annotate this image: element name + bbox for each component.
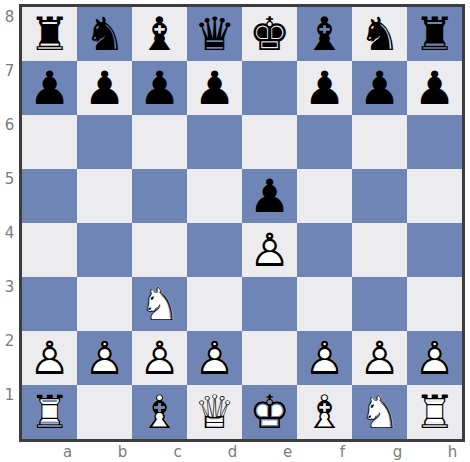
piece-black-rook[interactable]: ♜ bbox=[22, 7, 77, 61]
black-pawn-icon: ♟ bbox=[407, 61, 462, 115]
square-e6[interactable] bbox=[242, 115, 297, 169]
white-bishop-icon: ♗ bbox=[132, 385, 187, 439]
piece-white-knight[interactable]: ♞♘ bbox=[132, 277, 187, 331]
white-pawn-icon: ♙ bbox=[187, 331, 242, 385]
square-a6[interactable] bbox=[22, 115, 77, 169]
file-label-a: a bbox=[40, 443, 95, 459]
piece-black-rook[interactable]: ♜ bbox=[407, 7, 462, 61]
square-f3[interactable] bbox=[297, 277, 352, 331]
square-c6[interactable] bbox=[132, 115, 187, 169]
piece-black-pawn[interactable]: ♟ bbox=[407, 61, 462, 115]
piece-white-pawn[interactable]: ♟♙ bbox=[187, 331, 242, 385]
square-d5[interactable] bbox=[187, 169, 242, 223]
white-queen-icon: ♕ bbox=[187, 385, 242, 439]
file-label-c: c bbox=[150, 443, 205, 459]
white-knight-icon: ♘ bbox=[352, 385, 407, 439]
square-h4[interactable] bbox=[407, 223, 462, 277]
file-label-f: f bbox=[315, 443, 370, 459]
square-b8[interactable]: ♞ bbox=[77, 7, 132, 61]
rank-coordinates: 8 7 6 5 4 3 2 1 bbox=[0, 7, 19, 442]
file-label-d: d bbox=[205, 443, 260, 459]
piece-black-pawn[interactable]: ♟ bbox=[187, 61, 242, 115]
black-pawn-icon: ♟ bbox=[242, 169, 297, 223]
black-pawn-icon: ♟ bbox=[352, 61, 407, 115]
square-a3[interactable] bbox=[22, 277, 77, 331]
piece-black-pawn[interactable]: ♟ bbox=[22, 61, 77, 115]
square-e1[interactable]: ♚♔ bbox=[242, 385, 297, 439]
square-a1[interactable]: ♜♖ bbox=[22, 385, 77, 439]
square-b5[interactable] bbox=[77, 169, 132, 223]
piece-black-bishop[interactable]: ♝ bbox=[297, 7, 352, 61]
white-pawn-icon: ♙ bbox=[242, 223, 297, 277]
file-label-h: h bbox=[425, 443, 470, 459]
rank-label-5: 5 bbox=[0, 169, 19, 223]
piece-black-pawn[interactable]: ♟ bbox=[242, 169, 297, 223]
square-h8[interactable]: ♜ bbox=[407, 7, 462, 61]
piece-white-pawn[interactable]: ♟♙ bbox=[407, 331, 462, 385]
square-h7[interactable]: ♟ bbox=[407, 61, 462, 115]
square-c8[interactable]: ♝ bbox=[132, 7, 187, 61]
square-b1[interactable] bbox=[77, 385, 132, 439]
file-label-g: g bbox=[370, 443, 425, 459]
square-f1[interactable]: ♝♗ bbox=[297, 385, 352, 439]
file-coordinates: a b c d e f g h bbox=[22, 443, 470, 459]
square-f2[interactable]: ♟♙ bbox=[297, 331, 352, 385]
white-knight-icon: ♘ bbox=[132, 277, 187, 331]
square-a5[interactable] bbox=[22, 169, 77, 223]
piece-white-pawn[interactable]: ♟♙ bbox=[297, 331, 352, 385]
piece-white-rook[interactable]: ♜♖ bbox=[407, 385, 462, 439]
square-h5[interactable] bbox=[407, 169, 462, 223]
piece-black-queen[interactable]: ♛ bbox=[187, 7, 242, 61]
square-f7[interactable]: ♟ bbox=[297, 61, 352, 115]
square-d6[interactable] bbox=[187, 115, 242, 169]
white-pawn-icon: ♙ bbox=[407, 331, 462, 385]
square-e3[interactable] bbox=[242, 277, 297, 331]
black-pawn-icon: ♟ bbox=[77, 61, 132, 115]
white-king-icon: ♔ bbox=[242, 385, 297, 439]
piece-white-bishop[interactable]: ♝♗ bbox=[297, 385, 352, 439]
rank-label-8: 8 bbox=[0, 7, 19, 61]
rank-label-2: 2 bbox=[0, 331, 19, 385]
square-g3[interactable] bbox=[352, 277, 407, 331]
black-pawn-icon: ♟ bbox=[297, 61, 352, 115]
piece-white-pawn[interactable]: ♟♙ bbox=[242, 223, 297, 277]
square-a4[interactable] bbox=[22, 223, 77, 277]
piece-black-pawn[interactable]: ♟ bbox=[132, 61, 187, 115]
square-d8[interactable]: ♛ bbox=[187, 7, 242, 61]
black-knight-icon: ♞ bbox=[77, 7, 132, 61]
black-bishop-icon: ♝ bbox=[132, 7, 187, 61]
square-g5[interactable] bbox=[352, 169, 407, 223]
square-h1[interactable]: ♜♖ bbox=[407, 385, 462, 439]
square-f4[interactable] bbox=[297, 223, 352, 277]
square-d7[interactable]: ♟ bbox=[187, 61, 242, 115]
square-c1[interactable]: ♝♗ bbox=[132, 385, 187, 439]
square-f8[interactable]: ♝ bbox=[297, 7, 352, 61]
square-d4[interactable] bbox=[187, 223, 242, 277]
white-bishop-icon: ♗ bbox=[297, 385, 352, 439]
square-b4[interactable] bbox=[77, 223, 132, 277]
square-a8[interactable]: ♜ bbox=[22, 7, 77, 61]
square-d2[interactable]: ♟♙ bbox=[187, 331, 242, 385]
square-b2[interactable]: ♟♙ bbox=[77, 331, 132, 385]
piece-white-queen[interactable]: ♛♕ bbox=[187, 385, 242, 439]
square-e2[interactable] bbox=[242, 331, 297, 385]
square-h3[interactable] bbox=[407, 277, 462, 331]
piece-white-pawn[interactable]: ♟♙ bbox=[22, 331, 77, 385]
square-f5[interactable] bbox=[297, 169, 352, 223]
square-e7[interactable] bbox=[242, 61, 297, 115]
black-king-icon: ♚ bbox=[242, 7, 297, 61]
square-a7[interactable]: ♟ bbox=[22, 61, 77, 115]
piece-white-rook[interactable]: ♜♖ bbox=[22, 385, 77, 439]
black-rook-icon: ♜ bbox=[22, 7, 77, 61]
square-e4[interactable]: ♟♙ bbox=[242, 223, 297, 277]
piece-black-knight[interactable]: ♞ bbox=[77, 7, 132, 61]
black-knight-icon: ♞ bbox=[352, 7, 407, 61]
square-b3[interactable] bbox=[77, 277, 132, 331]
black-pawn-icon: ♟ bbox=[187, 61, 242, 115]
square-f6[interactable] bbox=[297, 115, 352, 169]
piece-white-pawn[interactable]: ♟♙ bbox=[132, 331, 187, 385]
square-c7[interactable]: ♟ bbox=[132, 61, 187, 115]
piece-black-bishop[interactable]: ♝ bbox=[132, 7, 187, 61]
white-pawn-icon: ♙ bbox=[132, 331, 187, 385]
square-g8[interactable]: ♞ bbox=[352, 7, 407, 61]
white-rook-icon: ♖ bbox=[407, 385, 462, 439]
square-d1[interactable]: ♛♕ bbox=[187, 385, 242, 439]
square-a2[interactable]: ♟♙ bbox=[22, 331, 77, 385]
square-g6[interactable] bbox=[352, 115, 407, 169]
square-c4[interactable] bbox=[132, 223, 187, 277]
white-pawn-icon: ♙ bbox=[352, 331, 407, 385]
piece-white-knight[interactable]: ♞♘ bbox=[352, 385, 407, 439]
black-queen-icon: ♛ bbox=[187, 7, 242, 61]
rank-label-4: 4 bbox=[0, 223, 19, 277]
black-pawn-icon: ♟ bbox=[22, 61, 77, 115]
square-g4[interactable] bbox=[352, 223, 407, 277]
white-pawn-icon: ♙ bbox=[297, 331, 352, 385]
chess-board: ♜♞♝♛♚♝♞♜♟♟♟♟♟♟♟♟♟♙♞♘♟♙♟♙♟♙♟♙♟♙♟♙♟♙♜♖♝♗♛♕… bbox=[19, 4, 465, 442]
rank-label-7: 7 bbox=[0, 61, 19, 115]
white-pawn-icon: ♙ bbox=[22, 331, 77, 385]
piece-black-pawn[interactable]: ♟ bbox=[297, 61, 352, 115]
file-label-b: b bbox=[95, 443, 150, 459]
black-pawn-icon: ♟ bbox=[132, 61, 187, 115]
piece-black-pawn[interactable]: ♟ bbox=[77, 61, 132, 115]
piece-black-king[interactable]: ♚ bbox=[242, 7, 297, 61]
white-rook-icon: ♖ bbox=[22, 385, 77, 439]
square-d3[interactable] bbox=[187, 277, 242, 331]
square-g2[interactable]: ♟♙ bbox=[352, 331, 407, 385]
square-c5[interactable] bbox=[132, 169, 187, 223]
white-pawn-icon: ♙ bbox=[77, 331, 132, 385]
piece-white-pawn[interactable]: ♟♙ bbox=[77, 331, 132, 385]
file-label-e: e bbox=[260, 443, 315, 459]
square-b6[interactable] bbox=[77, 115, 132, 169]
square-g7[interactable]: ♟ bbox=[352, 61, 407, 115]
piece-white-bishop[interactable]: ♝♗ bbox=[132, 385, 187, 439]
black-bishop-icon: ♝ bbox=[297, 7, 352, 61]
square-e8[interactable]: ♚ bbox=[242, 7, 297, 61]
piece-white-pawn[interactable]: ♟♙ bbox=[352, 331, 407, 385]
rank-label-6: 6 bbox=[0, 115, 19, 169]
square-e5[interactable]: ♟ bbox=[242, 169, 297, 223]
square-c3[interactable]: ♞♘ bbox=[132, 277, 187, 331]
piece-white-king[interactable]: ♚♔ bbox=[242, 385, 297, 439]
piece-black-knight[interactable]: ♞ bbox=[352, 7, 407, 61]
square-g1[interactable]: ♞♘ bbox=[352, 385, 407, 439]
rank-label-3: 3 bbox=[0, 277, 19, 331]
square-h6[interactable] bbox=[407, 115, 462, 169]
piece-black-pawn[interactable]: ♟ bbox=[352, 61, 407, 115]
square-c2[interactable]: ♟♙ bbox=[132, 331, 187, 385]
square-h2[interactable]: ♟♙ bbox=[407, 331, 462, 385]
rank-label-1: 1 bbox=[0, 385, 19, 439]
chess-diagram: 8 7 6 5 4 3 2 1 ♜♞♝♛♚♝♞♜♟♟♟♟♟♟♟♟♟♙♞♘♟♙♟♙… bbox=[0, 0, 470, 462]
black-rook-icon: ♜ bbox=[407, 7, 462, 61]
square-b7[interactable]: ♟ bbox=[77, 61, 132, 115]
